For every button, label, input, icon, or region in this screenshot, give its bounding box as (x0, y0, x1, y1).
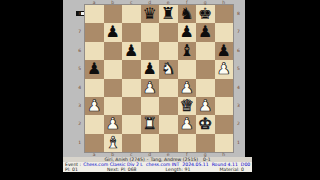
square-e2[interactable] (159, 115, 178, 133)
square-c6[interactable]: ♟ (122, 42, 141, 60)
rank-label: 2 (72, 115, 83, 133)
square-e6[interactable] (159, 42, 178, 60)
square-d1[interactable] (141, 134, 160, 152)
status-segment: Length: 91 (166, 167, 191, 172)
square-c4[interactable] (122, 79, 141, 97)
black-king: ♚ (196, 5, 215, 23)
white-pawn: ♟ (196, 97, 215, 115)
square-f2[interactable]: ♟ (178, 115, 197, 133)
rank-label: 8 (235, 5, 246, 23)
black-pawn: ♟ (178, 23, 197, 41)
square-c2[interactable] (122, 115, 141, 133)
square-a7[interactable] (85, 23, 104, 41)
square-d3[interactable] (141, 97, 160, 115)
square-d6[interactable] (141, 42, 160, 60)
square-c1[interactable] (122, 134, 141, 152)
square-e5[interactable]: ♞ (159, 60, 178, 78)
black-queen: ♛ (141, 5, 160, 23)
square-e1[interactable] (159, 134, 178, 152)
black-pawn: ♟ (85, 60, 104, 78)
rank-strip-right: 87654321 (235, 5, 246, 153)
thumbnail-stage: abcdefgh 87654321 ♛♜♞♚♟♟♟♟♝♟♟♟♞♟♟♟♟♛♟♟♜♟… (0, 0, 320, 180)
white-pawn: ♟ (178, 115, 197, 133)
white-pawn: ♟ (104, 115, 123, 133)
rank-label: 7 (72, 23, 83, 41)
square-h1[interactable] (215, 134, 234, 152)
rank-label: 4 (235, 79, 246, 97)
square-h5[interactable]: ♟ (215, 60, 234, 78)
square-a1[interactable] (85, 134, 104, 152)
square-e7[interactable] (159, 23, 178, 41)
square-f5[interactable] (178, 60, 197, 78)
square-a2[interactable] (85, 115, 104, 133)
white-rook: ♜ (141, 115, 160, 133)
square-g4[interactable] (196, 79, 215, 97)
square-h7[interactable] (215, 23, 234, 41)
square-g1[interactable] (196, 134, 215, 152)
square-b2[interactable]: ♟ (104, 115, 123, 133)
square-g3[interactable]: ♟ (196, 97, 215, 115)
white-knight: ♞ (159, 60, 178, 78)
rank-label: 5 (235, 60, 246, 78)
square-h6[interactable]: ♟ (215, 42, 234, 60)
black-pawn: ♟ (141, 60, 160, 78)
rank-label: 6 (235, 42, 246, 60)
square-f1[interactable] (178, 134, 197, 152)
square-e3[interactable] (159, 97, 178, 115)
board: ♛♜♞♚♟♟♟♟♝♟♟♟♞♟♟♟♟♛♟♟♜♟♚♝ (85, 5, 233, 152)
square-a6[interactable] (85, 42, 104, 60)
status-line: Pl: 01 Next: Pl: 068 Length: 91 Material… (63, 167, 252, 172)
square-e8[interactable]: ♜ (159, 5, 178, 23)
black-knight: ♞ (178, 5, 197, 23)
rank-label: 1 (72, 134, 83, 152)
square-d4[interactable]: ♟ (141, 79, 160, 97)
square-d7[interactable] (141, 23, 160, 41)
white-pawn: ♟ (85, 97, 104, 115)
square-b4[interactable] (104, 79, 123, 97)
square-b8[interactable] (104, 5, 123, 23)
square-g2[interactable]: ♚ (196, 115, 215, 133)
square-h8[interactable] (215, 5, 234, 23)
black-rook: ♜ (159, 5, 178, 23)
square-d8[interactable]: ♛ (141, 5, 160, 23)
square-d5[interactable]: ♟ (141, 60, 160, 78)
black-pawn: ♟ (196, 23, 215, 41)
black-pawn: ♟ (104, 23, 123, 41)
white-queen: ♛ (178, 97, 197, 115)
square-b1[interactable]: ♝ (104, 134, 123, 152)
square-h3[interactable] (215, 97, 234, 115)
square-h2[interactable] (215, 115, 234, 133)
rank-label: 1 (235, 134, 246, 152)
status-segment: Pl: 01 (65, 167, 78, 172)
white-king: ♚ (196, 115, 215, 133)
square-a8[interactable] (85, 5, 104, 23)
square-f3[interactable]: ♛ (178, 97, 197, 115)
rank-label: 6 (72, 42, 83, 60)
square-b5[interactable] (104, 60, 123, 78)
square-h4[interactable] (215, 79, 234, 97)
rank-label: 3 (72, 97, 83, 115)
square-f4[interactable]: ♟ (178, 79, 197, 97)
square-e4[interactable] (159, 79, 178, 97)
square-g8[interactable]: ♚ (196, 5, 215, 23)
status-segment: Material: 0 (219, 167, 244, 172)
square-b3[interactable] (104, 97, 123, 115)
square-c8[interactable] (122, 5, 141, 23)
rank-strip-left: 87654321 (72, 5, 83, 153)
rank-label: 7 (235, 23, 246, 41)
square-d2[interactable]: ♜ (141, 115, 160, 133)
square-f7[interactable]: ♟ (178, 23, 197, 41)
square-f6[interactable]: ♝ (178, 42, 197, 60)
black-bishop: ♝ (178, 42, 197, 60)
square-g5[interactable] (196, 60, 215, 78)
square-a3[interactable]: ♟ (85, 97, 104, 115)
square-g6[interactable] (196, 42, 215, 60)
square-c7[interactable] (122, 23, 141, 41)
game-info-footer: Giri, Anish (2745)-Tang, Andrew (2515)0-… (63, 157, 252, 172)
white-pawn: ♟ (215, 60, 234, 78)
white-pawn: ♟ (141, 79, 160, 97)
rank-label: 4 (72, 79, 83, 97)
square-a5[interactable]: ♟ (85, 60, 104, 78)
square-b7[interactable]: ♟ (104, 23, 123, 41)
square-g7[interactable]: ♟ (196, 23, 215, 41)
white-pawn: ♟ (178, 79, 197, 97)
square-f8[interactable]: ♞ (178, 5, 197, 23)
square-c5[interactable] (122, 60, 141, 78)
square-a4[interactable] (85, 79, 104, 97)
square-c3[interactable] (122, 97, 141, 115)
rank-label: 8 (72, 5, 83, 23)
white-bishop: ♝ (104, 134, 123, 152)
status-segment: Next: Pl: 068 (107, 167, 137, 172)
rank-label: 3 (235, 97, 246, 115)
rank-label: 5 (72, 60, 83, 78)
rank-label: 2 (235, 115, 246, 133)
square-b6[interactable] (104, 42, 123, 60)
black-pawn: ♟ (215, 42, 234, 60)
black-pawn: ♟ (122, 42, 141, 60)
chess-app-panel: abcdefgh 87654321 ♛♜♞♚♟♟♟♟♝♟♟♟♞♟♟♟♟♛♟♟♜♟… (63, 0, 245, 172)
